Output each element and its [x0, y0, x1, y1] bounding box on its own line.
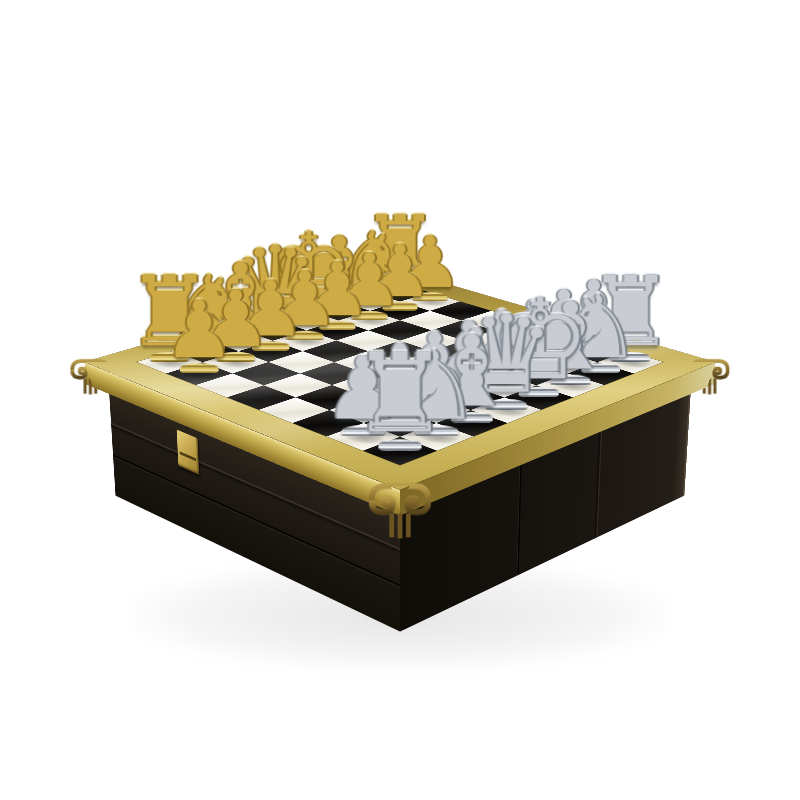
- product-photo-chess-set: ♜♟♞♟♝♟♚♟♛♟♝♟♟♞♜♟♟♜♞♟♟♝♟♚♟♛♟♝♟♞♟♜: [0, 0, 800, 800]
- world: ♜♟♞♟♝♟♚♟♛♟♝♟♟♞♜♟♟♜♞♟♟♝♟♚♟♛♟♝♟♞♟♜: [85, 270, 716, 489]
- case-rim: [683, 384, 692, 496]
- case-lid-seam: [518, 454, 523, 575]
- pawn-glyph: ♟: [152, 299, 246, 361]
- rook-glyph: ♜: [348, 352, 452, 437]
- case-seam: [596, 421, 602, 538]
- case-clasp: [176, 429, 198, 474]
- stage: ♜♟♞♟♝♟♚♟♛♟♝♟♟♞♜♟♟♜♞♟♟♝♟♚♟♛♟♝♟♞♟♜: [0, 0, 800, 800]
